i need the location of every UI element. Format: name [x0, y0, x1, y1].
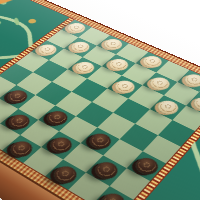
backgammon-case — [0, 0, 200, 200]
leaf-ornament — [14, 17, 20, 25]
photo-scene — [0, 0, 200, 200]
case-top-surface — [0, 0, 200, 200]
board-photo — [0, 0, 200, 200]
